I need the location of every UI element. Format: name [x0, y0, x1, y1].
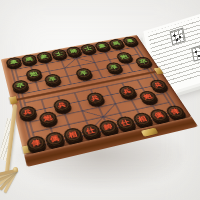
leaflet-board-diagram	[191, 44, 200, 62]
piece-character: 兵	[122, 88, 132, 94]
piece-character: 仕	[85, 127, 96, 135]
piece-character: 象	[39, 54, 47, 59]
piece-character: 士	[54, 51, 62, 56]
piece-character: 兵	[57, 102, 67, 109]
piece-character: 仕	[120, 119, 131, 127]
piece-character: 傌	[153, 112, 164, 119]
piece-character: 馬	[24, 56, 32, 61]
piece-character: 卒	[15, 82, 24, 88]
piece-character: 象	[97, 43, 106, 48]
photo-scene: 車馬象士將士象馬車炮炮卒卒卒卒卒兵兵兵兵兵炮炮俥傌相仕帥仕相傌俥	[0, 0, 200, 200]
piece-character: 炮	[142, 94, 152, 101]
piece-character: 士	[83, 46, 92, 51]
piece-character: 俥	[169, 108, 180, 115]
folding-fan	[0, 100, 34, 195]
piece-character: 卒	[138, 59, 147, 65]
piece-character: 兵	[90, 95, 100, 102]
piece-character: 車	[9, 59, 17, 65]
piece-character: 車	[125, 38, 134, 43]
piece-character: 炮	[43, 115, 53, 122]
piece-character: 將	[69, 48, 78, 53]
piece-character: 卒	[109, 64, 118, 70]
piece-character: 相	[67, 131, 78, 139]
piece-character: 炮	[29, 71, 38, 77]
piece-character: 兵	[153, 82, 163, 88]
piece-character: 相	[137, 115, 148, 122]
piece-character: 卒	[48, 76, 57, 82]
piece-character: 炮	[119, 54, 128, 59]
piece-character: 卒	[79, 70, 88, 76]
piece-character: 帥	[103, 123, 114, 131]
brass-clasp-icon	[141, 128, 159, 137]
piece-character: 傌	[49, 135, 59, 143]
fan-pivot-rivet	[13, 167, 18, 172]
piece-character: 馬	[111, 41, 120, 46]
